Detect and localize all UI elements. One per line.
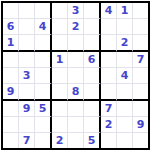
cell-r6c3[interactable] — [35, 84, 52, 101]
page: 34164212167349895729725 — [0, 0, 150, 150]
cell-r4c8[interactable] — [117, 52, 133, 68]
cell-r4c4[interactable]: 1 — [52, 52, 68, 68]
cell-r8c9[interactable]: 9 — [133, 117, 148, 133]
cell-r6c8[interactable] — [117, 84, 133, 101]
cell-r2c1[interactable]: 6 — [3, 19, 19, 35]
cell-r3c3[interactable] — [35, 35, 52, 52]
cell-r1c1[interactable] — [3, 3, 19, 19]
cell-r5c1[interactable] — [3, 68, 19, 84]
cell-r2c5[interactable]: 2 — [68, 19, 84, 35]
cell-r9c1[interactable] — [3, 133, 19, 148]
cell-r6c5[interactable]: 8 — [68, 84, 84, 101]
cell-r7c3[interactable]: 5 — [35, 101, 52, 117]
cell-r7c6[interactable] — [84, 101, 101, 117]
cell-r8c2[interactable] — [19, 117, 35, 133]
cell-r6c1[interactable]: 9 — [3, 84, 19, 101]
cell-r8c3[interactable] — [35, 117, 52, 133]
cell-r3c6[interactable] — [84, 35, 101, 52]
cell-r5c5[interactable] — [68, 68, 84, 84]
cell-r4c3[interactable] — [35, 52, 52, 68]
cell-r7c7[interactable]: 7 — [101, 101, 117, 117]
cell-r9c9[interactable] — [133, 133, 148, 148]
sudoku-board: 34164212167349895729725 — [1, 1, 150, 150]
cell-r3c1[interactable]: 1 — [3, 35, 19, 52]
cell-r5c7[interactable] — [101, 68, 117, 84]
cell-r1c4[interactable] — [52, 3, 68, 19]
cell-r8c8[interactable] — [117, 117, 133, 133]
cell-r2c7[interactable] — [101, 19, 117, 35]
cell-r8c7[interactable]: 2 — [101, 117, 117, 133]
cell-r9c2[interactable]: 7 — [19, 133, 35, 148]
cell-r5c3[interactable] — [35, 68, 52, 84]
cell-r1c6[interactable] — [84, 3, 101, 19]
cell-r5c4[interactable] — [52, 68, 68, 84]
cell-r8c1[interactable] — [3, 117, 19, 133]
cell-r1c7[interactable]: 4 — [101, 3, 117, 19]
cell-r9c8[interactable] — [117, 133, 133, 148]
cell-r3c7[interactable] — [101, 35, 117, 52]
cell-r7c4[interactable] — [52, 101, 68, 117]
cell-r4c1[interactable] — [3, 52, 19, 68]
cell-r1c9[interactable] — [133, 3, 148, 19]
cell-r8c6[interactable] — [84, 117, 101, 133]
cell-r2c9[interactable] — [133, 19, 148, 35]
cell-r7c9[interactable] — [133, 101, 148, 117]
cell-r3c8[interactable]: 2 — [117, 35, 133, 52]
cell-r6c6[interactable] — [84, 84, 101, 101]
cell-r6c4[interactable] — [52, 84, 68, 101]
cell-r8c4[interactable] — [52, 117, 68, 133]
cell-r2c4[interactable] — [52, 19, 68, 35]
cell-r3c9[interactable] — [133, 35, 148, 52]
cell-r4c2[interactable] — [19, 52, 35, 68]
cell-r2c3[interactable]: 4 — [35, 19, 52, 35]
cell-r1c8[interactable]: 1 — [117, 3, 133, 19]
cell-r6c7[interactable] — [101, 84, 117, 101]
cell-r9c3[interactable] — [35, 133, 52, 148]
cell-r9c6[interactable]: 5 — [84, 133, 101, 148]
cell-r3c5[interactable] — [68, 35, 84, 52]
cell-r5c9[interactable] — [133, 68, 148, 84]
cell-r7c2[interactable]: 9 — [19, 101, 35, 117]
cell-r4c7[interactable] — [101, 52, 117, 68]
cell-r6c9[interactable] — [133, 84, 148, 101]
cell-r5c6[interactable] — [84, 68, 101, 84]
cell-r7c8[interactable] — [117, 101, 133, 117]
cell-r1c2[interactable] — [19, 3, 35, 19]
cell-r2c2[interactable] — [19, 19, 35, 35]
cell-r9c4[interactable]: 2 — [52, 133, 68, 148]
cell-r5c8[interactable]: 4 — [117, 68, 133, 84]
cell-r3c4[interactable] — [52, 35, 68, 52]
cell-r2c6[interactable] — [84, 19, 101, 35]
cell-r4c5[interactable] — [68, 52, 84, 68]
cell-r8c5[interactable] — [68, 117, 84, 133]
cell-r7c1[interactable] — [3, 101, 19, 117]
cell-r6c2[interactable] — [19, 84, 35, 101]
cell-r3c2[interactable] — [19, 35, 35, 52]
cell-r7c5[interactable] — [68, 101, 84, 117]
cell-r9c5[interactable] — [68, 133, 84, 148]
cell-r9c7[interactable] — [101, 133, 117, 148]
cell-r1c3[interactable] — [35, 3, 52, 19]
cell-r2c8[interactable] — [117, 19, 133, 35]
cell-r4c9[interactable]: 7 — [133, 52, 148, 68]
cell-r4c6[interactable]: 6 — [84, 52, 101, 68]
cell-r5c2[interactable]: 3 — [19, 68, 35, 84]
cell-r1c5[interactable]: 3 — [68, 3, 84, 19]
